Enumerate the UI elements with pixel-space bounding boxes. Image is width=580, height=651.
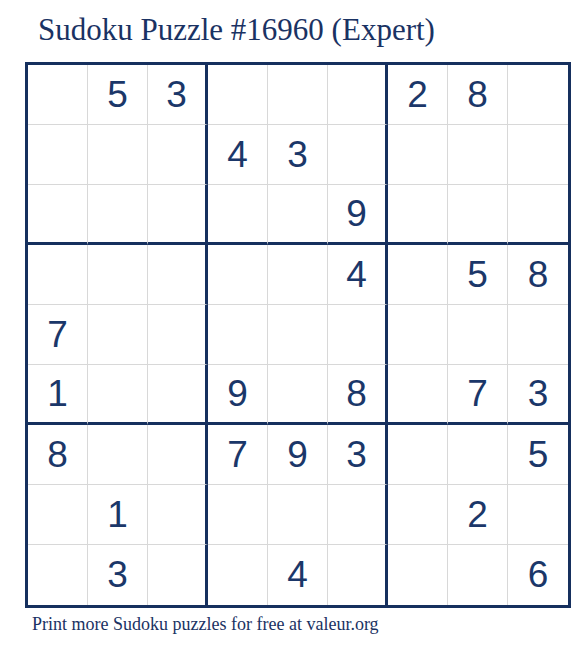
cell-r4c4[interactable] xyxy=(208,245,268,305)
cell-r6c3[interactable] xyxy=(148,365,208,425)
cell-r7c6[interactable]: 3 xyxy=(328,425,388,485)
cell-r3c6[interactable]: 9 xyxy=(328,185,388,245)
cell-r6c2[interactable] xyxy=(88,365,148,425)
cell-r9c7[interactable] xyxy=(388,545,448,605)
cell-r2c3[interactable] xyxy=(148,125,208,185)
cell-r5c8[interactable] xyxy=(448,305,508,365)
footer-text: Print more Sudoku puzzles for free at va… xyxy=(32,614,379,635)
cell-r9c8[interactable] xyxy=(448,545,508,605)
cell-r1c8[interactable]: 8 xyxy=(448,65,508,125)
cell-r4c9[interactable]: 8 xyxy=(508,245,568,305)
cell-r1c7[interactable]: 2 xyxy=(388,65,448,125)
cell-r4c1[interactable] xyxy=(28,245,88,305)
cell-r7c2[interactable] xyxy=(88,425,148,485)
cell-r1c1[interactable] xyxy=(28,65,88,125)
cell-r8c5[interactable] xyxy=(268,485,328,545)
cell-r5c1[interactable]: 7 xyxy=(28,305,88,365)
cell-r4c3[interactable] xyxy=(148,245,208,305)
cell-r5c3[interactable] xyxy=(148,305,208,365)
cell-r3c5[interactable] xyxy=(268,185,328,245)
cell-r2c5[interactable]: 3 xyxy=(268,125,328,185)
cell-r9c2[interactable]: 3 xyxy=(88,545,148,605)
cell-r1c9[interactable] xyxy=(508,65,568,125)
cell-r6c4[interactable]: 9 xyxy=(208,365,268,425)
cell-r4c7[interactable] xyxy=(388,245,448,305)
cell-r9c6[interactable] xyxy=(328,545,388,605)
cell-r4c2[interactable] xyxy=(88,245,148,305)
cell-r7c4[interactable]: 7 xyxy=(208,425,268,485)
cell-r7c9[interactable]: 5 xyxy=(508,425,568,485)
cell-r2c7[interactable] xyxy=(388,125,448,185)
cell-r3c7[interactable] xyxy=(388,185,448,245)
cell-r7c8[interactable] xyxy=(448,425,508,485)
cell-r6c9[interactable]: 3 xyxy=(508,365,568,425)
cell-r5c7[interactable] xyxy=(388,305,448,365)
cell-r8c9[interactable] xyxy=(508,485,568,545)
puzzle-title: Sudoku Puzzle #16960 (Expert) xyxy=(38,12,435,48)
sudoku-board: 53284394587198738793512346 xyxy=(25,62,571,608)
cell-r2c8[interactable] xyxy=(448,125,508,185)
cell-r6c1[interactable]: 1 xyxy=(28,365,88,425)
cell-r2c2[interactable] xyxy=(88,125,148,185)
cell-r5c2[interactable] xyxy=(88,305,148,365)
cell-r9c5[interactable]: 4 xyxy=(268,545,328,605)
cell-r1c3[interactable]: 3 xyxy=(148,65,208,125)
cell-r5c4[interactable] xyxy=(208,305,268,365)
cell-r8c2[interactable]: 1 xyxy=(88,485,148,545)
cell-r8c7[interactable] xyxy=(388,485,448,545)
cell-r5c5[interactable] xyxy=(268,305,328,365)
cell-r2c9[interactable] xyxy=(508,125,568,185)
cell-r3c3[interactable] xyxy=(148,185,208,245)
cell-r3c1[interactable] xyxy=(28,185,88,245)
cell-r7c5[interactable]: 9 xyxy=(268,425,328,485)
cell-r6c5[interactable] xyxy=(268,365,328,425)
cell-r6c7[interactable] xyxy=(388,365,448,425)
cell-r7c7[interactable] xyxy=(388,425,448,485)
cell-r2c4[interactable]: 4 xyxy=(208,125,268,185)
cell-r9c1[interactable] xyxy=(28,545,88,605)
cell-r8c6[interactable] xyxy=(328,485,388,545)
cell-r9c4[interactable] xyxy=(208,545,268,605)
cell-r3c2[interactable] xyxy=(88,185,148,245)
cell-r2c6[interactable] xyxy=(328,125,388,185)
cell-r8c8[interactable]: 2 xyxy=(448,485,508,545)
cell-r5c9[interactable] xyxy=(508,305,568,365)
cell-r3c8[interactable] xyxy=(448,185,508,245)
cell-r3c4[interactable] xyxy=(208,185,268,245)
cell-r1c5[interactable] xyxy=(268,65,328,125)
cell-r8c3[interactable] xyxy=(148,485,208,545)
cell-r9c9[interactable]: 6 xyxy=(508,545,568,605)
cell-r9c3[interactable] xyxy=(148,545,208,605)
cell-r2c1[interactable] xyxy=(28,125,88,185)
cell-r6c6[interactable]: 8 xyxy=(328,365,388,425)
cell-r7c1[interactable]: 8 xyxy=(28,425,88,485)
cell-r5c6[interactable] xyxy=(328,305,388,365)
cell-r8c4[interactable] xyxy=(208,485,268,545)
cell-r1c2[interactable]: 5 xyxy=(88,65,148,125)
cell-r6c8[interactable]: 7 xyxy=(448,365,508,425)
cell-r1c4[interactable] xyxy=(208,65,268,125)
cell-r4c6[interactable]: 4 xyxy=(328,245,388,305)
cell-r4c5[interactable] xyxy=(268,245,328,305)
cell-r7c3[interactable] xyxy=(148,425,208,485)
cell-r4c8[interactable]: 5 xyxy=(448,245,508,305)
cell-r1c6[interactable] xyxy=(328,65,388,125)
cell-r3c9[interactable] xyxy=(508,185,568,245)
cell-r8c1[interactable] xyxy=(28,485,88,545)
